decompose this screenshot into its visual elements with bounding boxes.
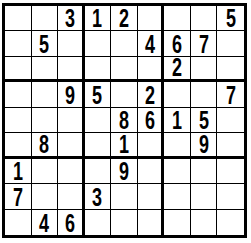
cell-r1c4[interactable]: 1	[85, 6, 112, 31]
cell-r5c2[interactable]	[32, 108, 59, 133]
cell-r8c8[interactable]	[191, 184, 218, 209]
cell-r1c7[interactable]	[164, 6, 191, 31]
cell-r6c7[interactable]	[164, 133, 191, 158]
cell-r9c9[interactable]	[217, 210, 244, 235]
cell-r3c8[interactable]	[191, 57, 218, 82]
cell-r6c4[interactable]	[85, 133, 112, 158]
cell-r1c1[interactable]	[5, 6, 32, 31]
cell-r2c8[interactable]: 7	[191, 31, 218, 56]
cell-r5c9[interactable]	[217, 108, 244, 133]
given-digit: 9	[119, 160, 129, 183]
cell-r4c9[interactable]: 7	[217, 82, 244, 107]
cell-r5c5[interactable]: 8	[111, 108, 138, 133]
cell-r4c5[interactable]	[111, 82, 138, 107]
cell-r6c8[interactable]: 9	[191, 133, 218, 158]
cell-r5c6[interactable]: 6	[138, 108, 165, 133]
cell-r4c8[interactable]	[191, 82, 218, 107]
cell-r6c3[interactable]	[58, 133, 85, 158]
cell-r9c6[interactable]	[138, 210, 165, 235]
cell-r1c6[interactable]	[138, 6, 165, 31]
cell-r5c1[interactable]	[5, 108, 32, 133]
sudoku-page: 31255467295278615819197346	[0, 0, 251, 243]
cell-r3c2[interactable]	[32, 57, 59, 82]
cell-r5c4[interactable]	[85, 108, 112, 133]
cell-r6c5[interactable]: 1	[111, 133, 138, 158]
cell-r7c9[interactable]	[217, 159, 244, 184]
cell-r7c1[interactable]: 1	[5, 159, 32, 184]
cell-r4c3[interactable]: 9	[58, 82, 85, 107]
given-digit: 1	[172, 109, 182, 132]
cell-r2c1[interactable]	[5, 31, 32, 56]
given-digit: 4	[39, 212, 49, 235]
given-digit: 6	[145, 109, 155, 132]
given-digit: 6	[172, 33, 182, 56]
cell-r8c5[interactable]	[111, 184, 138, 209]
given-digit: 8	[39, 133, 49, 155]
given-digit: 2	[172, 57, 182, 79]
cell-r7c8[interactable]	[191, 159, 218, 184]
cell-r9c8[interactable]	[191, 210, 218, 235]
cell-r1c5[interactable]: 2	[111, 6, 138, 31]
cell-r4c7[interactable]	[164, 82, 191, 107]
given-digit: 2	[145, 84, 155, 107]
given-digit: 7	[199, 33, 209, 56]
cell-r9c4[interactable]	[85, 210, 112, 235]
cell-r9c1[interactable]	[5, 210, 32, 235]
given-digit: 3	[92, 186, 102, 209]
cell-r6c2[interactable]: 8	[32, 133, 59, 158]
cell-r7c6[interactable]	[138, 159, 165, 184]
given-digit: 2	[119, 7, 129, 30]
cell-r3c7[interactable]: 2	[164, 57, 191, 82]
cell-r2c7[interactable]: 6	[164, 31, 191, 56]
given-digit: 5	[226, 7, 236, 30]
cell-r3c1[interactable]	[5, 57, 32, 82]
cell-r5c3[interactable]	[58, 108, 85, 133]
given-digit: 9	[65, 84, 75, 107]
cell-r7c2[interactable]	[32, 159, 59, 184]
cell-r2c4[interactable]	[85, 31, 112, 56]
cell-r8c2[interactable]	[32, 184, 59, 209]
given-digit: 7	[226, 84, 236, 107]
cell-r8c1[interactable]: 7	[5, 184, 32, 209]
cell-r1c8[interactable]	[191, 6, 218, 31]
cell-r9c3[interactable]: 6	[58, 210, 85, 235]
cell-r2c6[interactable]: 4	[138, 31, 165, 56]
given-digit: 1	[92, 7, 102, 30]
cell-r9c2[interactable]: 4	[32, 210, 59, 235]
cell-r8c9[interactable]	[217, 184, 244, 209]
cell-r7c3[interactable]	[58, 159, 85, 184]
cell-r6c1[interactable]	[5, 133, 32, 158]
cell-r1c3[interactable]: 3	[58, 6, 85, 31]
cell-r4c1[interactable]	[5, 82, 32, 107]
given-digit: 4	[145, 33, 155, 56]
sudoku-board: 31255467295278615819197346	[2, 3, 247, 238]
cell-r4c2[interactable]	[32, 82, 59, 107]
cell-r8c3[interactable]	[58, 184, 85, 209]
given-digit: 1	[119, 133, 129, 155]
given-digit: 5	[199, 109, 209, 132]
cell-r2c5[interactable]	[111, 31, 138, 56]
cell-r4c4[interactable]: 5	[85, 82, 112, 107]
cell-r3c9[interactable]	[217, 57, 244, 82]
cell-r3c5[interactable]	[111, 57, 138, 82]
given-digit: 5	[39, 33, 49, 56]
cell-r2c3[interactable]	[58, 31, 85, 56]
cell-r3c6[interactable]	[138, 57, 165, 82]
given-digit: 7	[13, 186, 23, 209]
given-digit: 8	[119, 109, 129, 132]
cell-r4c6[interactable]: 2	[138, 82, 165, 107]
cell-r8c6[interactable]	[138, 184, 165, 209]
cell-r8c4[interactable]: 3	[85, 184, 112, 209]
given-digit: 9	[199, 133, 209, 155]
cell-r9c7[interactable]	[164, 210, 191, 235]
cell-r7c7[interactable]	[164, 159, 191, 184]
cell-r5c8[interactable]: 5	[191, 108, 218, 133]
cell-r2c9[interactable]	[217, 31, 244, 56]
cell-r1c2[interactable]	[32, 6, 59, 31]
cell-r1c9[interactable]: 5	[217, 6, 244, 31]
cell-r7c5[interactable]: 9	[111, 159, 138, 184]
cell-r6c9[interactable]	[217, 133, 244, 158]
cell-r8c7[interactable]	[164, 184, 191, 209]
cell-r7c4[interactable]	[85, 159, 112, 184]
given-digit: 3	[65, 7, 75, 30]
cell-r5c7[interactable]: 1	[164, 108, 191, 133]
cell-r6c6[interactable]	[138, 133, 165, 158]
cell-r3c4[interactable]	[85, 57, 112, 82]
cell-r9c5[interactable]	[111, 210, 138, 235]
given-digit: 5	[92, 84, 102, 107]
cell-r2c2[interactable]: 5	[32, 31, 59, 56]
given-digit: 6	[65, 212, 75, 235]
given-digit: 1	[13, 160, 23, 183]
cell-r3c3[interactable]	[58, 57, 85, 82]
